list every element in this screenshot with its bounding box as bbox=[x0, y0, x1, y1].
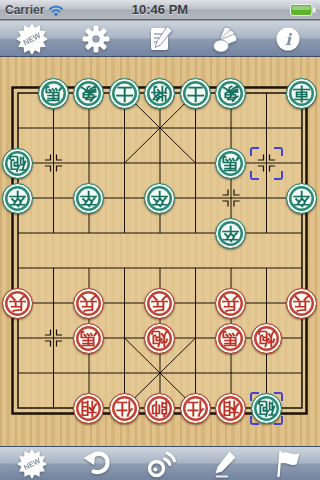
piece-character: 士 bbox=[116, 85, 133, 102]
piece-character: 象 bbox=[222, 85, 239, 102]
piece-character: 砲 bbox=[258, 400, 275, 417]
new-badge-icon: NEW bbox=[15, 22, 49, 56]
piece[interactable]: 炮 bbox=[144, 323, 175, 354]
battery-icon bbox=[290, 4, 316, 16]
piece[interactable]: 卒 bbox=[73, 183, 104, 214]
piece[interactable]: 車 bbox=[286, 78, 317, 109]
opening-book-button[interactable] bbox=[201, 23, 247, 55]
info-icon: i bbox=[272, 23, 304, 55]
piece-character: 車 bbox=[293, 85, 310, 102]
piece-character: 將 bbox=[151, 85, 168, 102]
info-button[interactable]: i bbox=[265, 23, 311, 55]
piece[interactable]: 炮 bbox=[251, 323, 282, 354]
bottom-toolbar: NEW bbox=[0, 446, 320, 480]
last-move-bracket bbox=[250, 147, 283, 180]
piece-character: 砲 bbox=[9, 155, 26, 172]
piece-character: 仕 bbox=[187, 400, 204, 417]
edit-button[interactable] bbox=[201, 448, 247, 480]
game-record-button[interactable] bbox=[137, 23, 183, 55]
piece-character: 仕 bbox=[116, 400, 133, 417]
piece-character: 帥 bbox=[151, 400, 168, 417]
piece-character: 炮 bbox=[258, 330, 275, 347]
piece[interactable]: 砲 bbox=[251, 393, 282, 424]
piece[interactable]: 士 bbox=[180, 78, 211, 109]
piece[interactable]: 卒 bbox=[286, 183, 317, 214]
piece[interactable]: 馬 bbox=[73, 323, 104, 354]
new-badge-icon: NEW bbox=[16, 448, 48, 480]
hand-pages-icon bbox=[208, 23, 240, 55]
new-game-button[interactable]: NEW bbox=[9, 23, 55, 55]
piece-grid: 馬象士將士象車砲馬卒卒卒卒卒砲兵兵兵兵兵馬炮馬炮相仕帥仕相 bbox=[0, 76, 320, 426]
piece-character: 卒 bbox=[80, 190, 97, 207]
resign-flag-button[interactable] bbox=[265, 448, 311, 480]
piece[interactable]: 仕 bbox=[109, 393, 140, 424]
piece-character: 卒 bbox=[151, 190, 168, 207]
piece[interactable]: 士 bbox=[109, 78, 140, 109]
status-bar: Carrier 10:46 PM bbox=[0, 0, 320, 20]
weibo-icon bbox=[144, 448, 176, 480]
piece-character: 卒 bbox=[293, 190, 310, 207]
gear-icon bbox=[80, 23, 112, 55]
piece[interactable]: 象 bbox=[73, 78, 104, 109]
share-weibo-button[interactable] bbox=[137, 448, 183, 480]
pencil-icon bbox=[208, 448, 240, 480]
xiangqi-board[interactable]: 馬象士將士象車砲馬卒卒卒卒卒砲兵兵兵兵兵馬炮馬炮相仕帥仕相 bbox=[0, 57, 320, 446]
piece[interactable]: 砲 bbox=[2, 148, 33, 179]
piece[interactable]: 仕 bbox=[180, 393, 211, 424]
piece-character: 馬 bbox=[222, 155, 239, 172]
piece[interactable]: 帥 bbox=[144, 393, 175, 424]
piece[interactable]: 兵 bbox=[144, 288, 175, 319]
clock-label: 10:46 PM bbox=[0, 2, 320, 17]
piece-character: 馬 bbox=[45, 85, 62, 102]
top-toolbar: NEW bbox=[0, 20, 320, 57]
piece[interactable]: 相 bbox=[73, 393, 104, 424]
piece[interactable]: 馬 bbox=[215, 148, 246, 179]
piece[interactable]: 馬 bbox=[38, 78, 69, 109]
piece[interactable]: 卒 bbox=[2, 183, 33, 214]
piece-character: 相 bbox=[222, 400, 239, 417]
piece-character: 象 bbox=[80, 85, 97, 102]
piece-character: 卒 bbox=[222, 225, 239, 242]
piece-character: 兵 bbox=[151, 295, 168, 312]
piece[interactable]: 馬 bbox=[215, 323, 246, 354]
piece-character: 馬 bbox=[222, 330, 239, 347]
piece[interactable]: 兵 bbox=[215, 288, 246, 319]
piece[interactable]: 將 bbox=[144, 78, 175, 109]
settings-button[interactable] bbox=[73, 23, 119, 55]
scroll-pen-icon bbox=[144, 23, 176, 55]
piece-character: 馬 bbox=[80, 330, 97, 347]
piece[interactable]: 卒 bbox=[144, 183, 175, 214]
piece-character: 卒 bbox=[9, 190, 26, 207]
app-screen: Carrier 10:46 PM NEW bbox=[0, 0, 320, 480]
piece-character: 兵 bbox=[222, 295, 239, 312]
piece[interactable]: 兵 bbox=[286, 288, 317, 319]
flag-icon bbox=[272, 448, 304, 480]
undo-button[interactable] bbox=[73, 448, 119, 480]
piece[interactable]: 相 bbox=[215, 393, 246, 424]
new-game-button-bottom[interactable]: NEW bbox=[9, 448, 55, 480]
undo-icon bbox=[80, 448, 112, 480]
piece[interactable]: 兵 bbox=[2, 288, 33, 319]
piece-character: 兵 bbox=[9, 295, 26, 312]
piece-character: 炮 bbox=[151, 330, 168, 347]
piece-character: 士 bbox=[187, 85, 204, 102]
piece[interactable]: 象 bbox=[215, 78, 246, 109]
piece[interactable]: 卒 bbox=[215, 218, 246, 249]
piece-character: 相 bbox=[80, 400, 97, 417]
piece-character: 兵 bbox=[293, 295, 310, 312]
piece[interactable]: 兵 bbox=[73, 288, 104, 319]
piece-character: 兵 bbox=[80, 295, 97, 312]
